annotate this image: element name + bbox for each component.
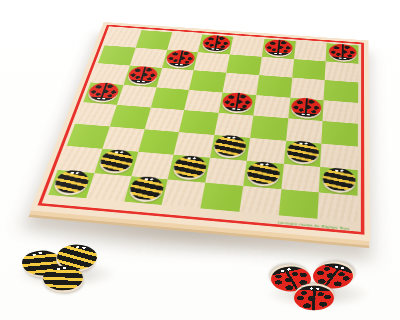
captured-ladybirds-pile [0, 0, 400, 320]
captured-ladybird-piece[interactable] [293, 285, 334, 311]
product-photo-stage: Lovingly made by Bigjigs Toys [0, 0, 400, 320]
